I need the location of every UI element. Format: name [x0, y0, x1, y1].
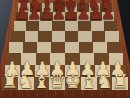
square-c6[interactable] [39, 21, 52, 31]
white-king[interactable]: ♚ [64, 72, 81, 91]
square-g4[interactable] [93, 42, 107, 53]
square-a1[interactable]: ♜ [2, 77, 18, 90]
chess-board: ♜♞♝♛♚♝♞♜♟♟♟♟♟♟♟♟♟♟♟♟♟♟♟♟♜♞♝♛♚♝♞♜ [0, 3, 130, 90]
square-h5[interactable] [105, 31, 118, 42]
square-e5[interactable] [65, 31, 78, 42]
square-a5[interactable] [11, 31, 24, 42]
square-g6[interactable] [91, 21, 104, 31]
white-rook[interactable]: ♜ [1, 72, 18, 91]
square-d4[interactable] [51, 42, 65, 53]
square-b4[interactable] [23, 42, 37, 53]
square-h1[interactable]: ♜ [112, 77, 128, 90]
white-knight[interactable]: ♞ [17, 72, 34, 91]
square-c4[interactable] [37, 42, 51, 53]
square-h7[interactable]: ♟ [102, 12, 114, 21]
square-b1[interactable]: ♞ [18, 77, 34, 90]
square-f1[interactable]: ♝ [81, 77, 97, 90]
square-d1[interactable]: ♛ [49, 77, 65, 90]
white-bishop[interactable]: ♝ [80, 72, 97, 91]
white-bishop[interactable]: ♝ [33, 72, 50, 91]
rank-4 [9, 42, 121, 53]
square-g5[interactable] [92, 31, 105, 42]
white-queen[interactable]: ♛ [48, 72, 65, 91]
square-a6[interactable] [14, 21, 27, 31]
rank-1: ♜♞♝♛♚♝♞♜ [2, 77, 128, 90]
square-d6[interactable] [52, 21, 65, 31]
square-e6[interactable] [65, 21, 78, 31]
white-rook[interactable]: ♜ [111, 72, 128, 91]
square-e4[interactable] [65, 42, 79, 53]
game-screen: ♜♞♝♛♚♝♞♜♟♟♟♟♟♟♟♟♟♟♟♟♟♟♟♟♜♞♝♛♚♝♞♜ [0, 0, 130, 98]
square-g1[interactable]: ♞ [97, 77, 113, 90]
square-b6[interactable] [26, 21, 39, 31]
square-c1[interactable]: ♝ [34, 77, 50, 90]
square-d5[interactable] [52, 31, 65, 42]
square-f5[interactable] [78, 31, 91, 42]
square-f4[interactable] [79, 42, 93, 53]
square-f6[interactable] [78, 21, 91, 31]
square-b5[interactable] [25, 31, 38, 42]
rank-7: ♟♟♟♟♟♟♟♟ [16, 12, 115, 21]
square-a4[interactable] [9, 42, 23, 53]
black-pawn[interactable]: ♟ [101, 6, 115, 22]
rank-5 [11, 31, 119, 42]
square-c5[interactable] [38, 31, 51, 42]
square-h6[interactable] [104, 21, 117, 31]
white-knight[interactable]: ♞ [96, 72, 113, 91]
square-e1[interactable]: ♚ [65, 77, 81, 90]
square-h4[interactable] [107, 42, 121, 53]
rank-6 [14, 21, 117, 31]
